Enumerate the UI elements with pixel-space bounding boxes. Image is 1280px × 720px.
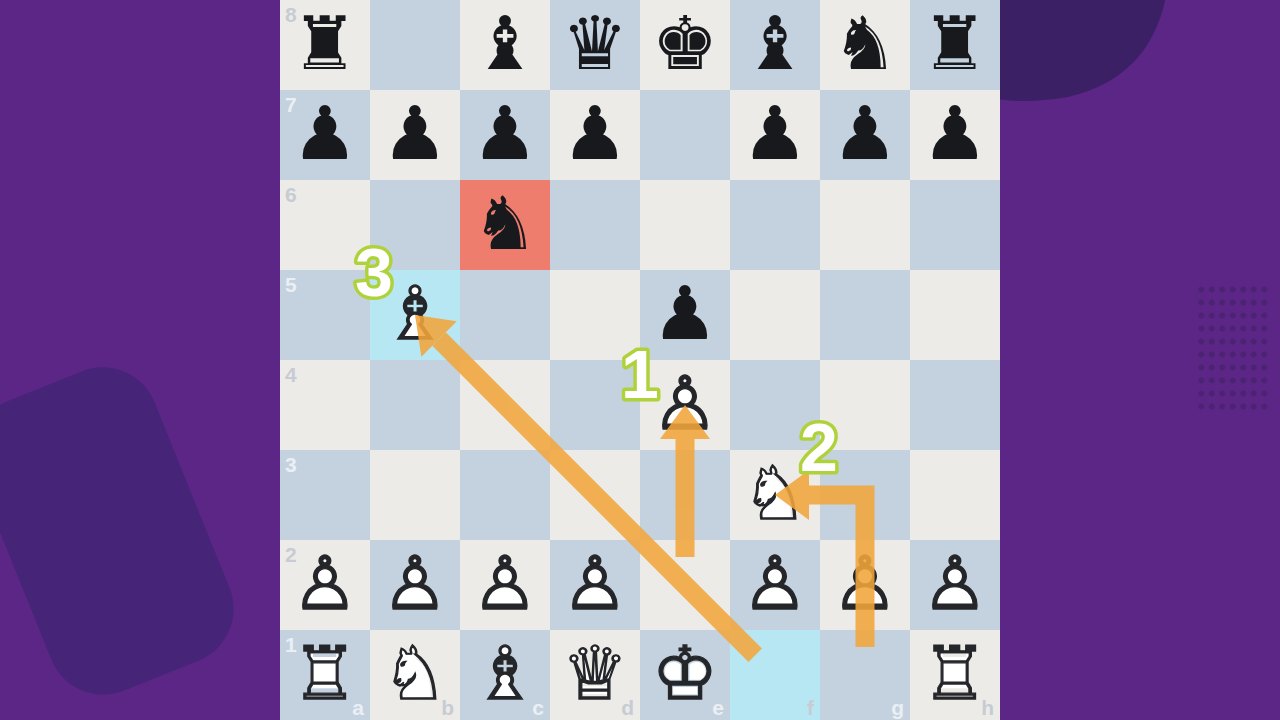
square-d8[interactable]: ♛ <box>550 0 640 90</box>
square-a5[interactable]: 5 <box>280 270 370 360</box>
piece-black-pawn[interactable]: ♟ <box>640 270 730 360</box>
square-a8[interactable]: 8♜ <box>280 0 370 90</box>
piece-black-pawn[interactable]: ♟ <box>280 90 370 180</box>
square-b7[interactable]: ♟ <box>370 90 460 180</box>
square-h2[interactable]: ♟♙ <box>910 540 1000 630</box>
square-e8[interactable]: ♚ <box>640 0 730 90</box>
square-h7[interactable]: ♟ <box>910 90 1000 180</box>
square-c3[interactable] <box>460 450 550 540</box>
piece-white-bishop[interactable]: ♝♗ <box>460 630 550 720</box>
square-f4[interactable] <box>730 360 820 450</box>
square-f1[interactable]: f <box>730 630 820 720</box>
square-b1[interactable]: b♞♘ <box>370 630 460 720</box>
square-c8[interactable]: ♝ <box>460 0 550 90</box>
square-b3[interactable] <box>370 450 460 540</box>
file-label-g: g <box>891 696 904 720</box>
square-b4[interactable] <box>370 360 460 450</box>
square-d6[interactable] <box>550 180 640 270</box>
dot-grid-pattern <box>1196 283 1268 413</box>
square-d3[interactable] <box>550 450 640 540</box>
square-c1[interactable]: c♝♗ <box>460 630 550 720</box>
rank-label-5: 5 <box>285 273 297 297</box>
piece-black-bishop[interactable]: ♝ <box>460 0 550 90</box>
rank-label-3: 3 <box>285 453 297 477</box>
piece-white-pawn[interactable]: ♟♙ <box>370 540 460 630</box>
piece-white-knight[interactable]: ♞♘ <box>370 630 460 720</box>
piece-black-knight[interactable]: ♞ <box>460 180 550 270</box>
square-a7[interactable]: 7♟ <box>280 90 370 180</box>
piece-white-pawn[interactable]: ♟♙ <box>910 540 1000 630</box>
piece-black-pawn[interactable]: ♟ <box>730 90 820 180</box>
piece-white-pawn[interactable]: ♟♙ <box>460 540 550 630</box>
piece-black-queen[interactable]: ♛ <box>550 0 640 90</box>
square-h5[interactable] <box>910 270 1000 360</box>
square-f6[interactable] <box>730 180 820 270</box>
square-h4[interactable] <box>910 360 1000 450</box>
square-d5[interactable] <box>550 270 640 360</box>
piece-white-pawn[interactable]: ♟♙ <box>550 540 640 630</box>
square-f2[interactable]: ♟♙ <box>730 540 820 630</box>
square-c5[interactable] <box>460 270 550 360</box>
piece-black-rook[interactable]: ♜ <box>280 0 370 90</box>
square-g3[interactable] <box>820 450 910 540</box>
piece-black-bishop[interactable]: ♝ <box>730 0 820 90</box>
piece-black-pawn[interactable]: ♟ <box>370 90 460 180</box>
page-background: { "game": "chess", "position": { "fen": … <box>0 0 1280 720</box>
chess-board[interactable]: 8♜♝♛♚♝♞♜7♟♟♟♟♟♟♟6♞5♝♗♟4♟♙3♞♘2♟♙♟♙♟♙♟♙♟♙♟… <box>280 0 1000 720</box>
square-g2[interactable]: ♟♙ <box>820 540 910 630</box>
square-e5[interactable]: ♟ <box>640 270 730 360</box>
square-c6[interactable]: ♞ <box>460 180 550 270</box>
square-a6[interactable]: 6 <box>280 180 370 270</box>
piece-white-pawn[interactable]: ♟♙ <box>280 540 370 630</box>
square-d4[interactable] <box>550 360 640 450</box>
square-h8[interactable]: ♜ <box>910 0 1000 90</box>
square-e3[interactable] <box>640 450 730 540</box>
square-h3[interactable] <box>910 450 1000 540</box>
file-label-f: f <box>807 696 814 720</box>
square-f3[interactable]: ♞♘ <box>730 450 820 540</box>
piece-white-knight[interactable]: ♞♘ <box>730 450 820 540</box>
piece-white-queen[interactable]: ♛♕ <box>550 630 640 720</box>
piece-white-rook[interactable]: ♜♖ <box>280 630 370 720</box>
piece-black-pawn[interactable]: ♟ <box>820 90 910 180</box>
piece-white-rook[interactable]: ♜♖ <box>910 630 1000 720</box>
square-c4[interactable] <box>460 360 550 450</box>
square-a4[interactable]: 4 <box>280 360 370 450</box>
square-d7[interactable]: ♟ <box>550 90 640 180</box>
square-g5[interactable] <box>820 270 910 360</box>
square-g4[interactable] <box>820 360 910 450</box>
square-e6[interactable] <box>640 180 730 270</box>
piece-black-pawn[interactable]: ♟ <box>550 90 640 180</box>
square-b6[interactable] <box>370 180 460 270</box>
rank-label-4: 4 <box>285 363 297 387</box>
piece-black-pawn[interactable]: ♟ <box>460 90 550 180</box>
square-c7[interactable]: ♟ <box>460 90 550 180</box>
square-f7[interactable]: ♟ <box>730 90 820 180</box>
square-g8[interactable]: ♞ <box>820 0 910 90</box>
square-e2[interactable] <box>640 540 730 630</box>
piece-black-rook[interactable]: ♜ <box>910 0 1000 90</box>
square-f5[interactable] <box>730 270 820 360</box>
piece-white-king[interactable]: ♚♔ <box>640 630 730 720</box>
square-b8[interactable] <box>370 0 460 90</box>
square-g7[interactable]: ♟ <box>820 90 910 180</box>
square-e7[interactable] <box>640 90 730 180</box>
piece-black-pawn[interactable]: ♟ <box>910 90 1000 180</box>
piece-white-pawn[interactable]: ♟♙ <box>730 540 820 630</box>
piece-white-pawn[interactable]: ♟♙ <box>820 540 910 630</box>
piece-white-pawn[interactable]: ♟♙ <box>640 360 730 450</box>
square-d2[interactable]: ♟♙ <box>550 540 640 630</box>
piece-black-king[interactable]: ♚ <box>640 0 730 90</box>
piece-black-knight[interactable]: ♞ <box>820 0 910 90</box>
square-h1[interactable]: h♜♖ <box>910 630 1000 720</box>
square-d1[interactable]: d♛♕ <box>550 630 640 720</box>
piece-white-bishop[interactable]: ♝♗ <box>370 270 460 360</box>
square-h6[interactable] <box>910 180 1000 270</box>
square-a1[interactable]: 1a♜♖ <box>280 630 370 720</box>
square-a3[interactable]: 3 <box>280 450 370 540</box>
square-b5[interactable]: ♝♗ <box>370 270 460 360</box>
square-e1[interactable]: e♚♔ <box>640 630 730 720</box>
square-g6[interactable] <box>820 180 910 270</box>
square-e4[interactable]: ♟♙ <box>640 360 730 450</box>
square-c2[interactable]: ♟♙ <box>460 540 550 630</box>
rank-label-6: 6 <box>285 183 297 207</box>
square-b2[interactable]: ♟♙ <box>370 540 460 630</box>
square-a2[interactable]: 2♟♙ <box>280 540 370 630</box>
square-g1[interactable]: g <box>820 630 910 720</box>
square-f8[interactable]: ♝ <box>730 0 820 90</box>
